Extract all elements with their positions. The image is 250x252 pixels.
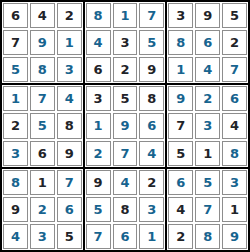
cell-r4c9[interactable]: 6	[222, 86, 247, 111]
cell-r1c5[interactable]: 1	[113, 3, 138, 28]
cell-r5c3[interactable]: 8	[57, 113, 82, 138]
cell-r1c3[interactable]: 2	[57, 3, 82, 28]
cell-r1c2[interactable]: 4	[30, 3, 55, 28]
cell-r6c7[interactable]: 5	[168, 141, 193, 166]
cell-r9c2[interactable]: 3	[30, 224, 55, 249]
box-6: 926734518	[167, 85, 248, 166]
cell-r3c2[interactable]: 8	[30, 57, 55, 82]
cell-r6c6[interactable]: 4	[139, 141, 164, 166]
cell-r9c7[interactable]: 2	[168, 224, 193, 249]
cell-r9c3[interactable]: 5	[57, 224, 82, 249]
cell-r9c1[interactable]: 4	[3, 224, 28, 249]
cell-r2c6[interactable]: 5	[139, 30, 164, 55]
cell-r4c3[interactable]: 4	[57, 86, 82, 111]
cell-r7c5[interactable]: 4	[113, 170, 138, 195]
cell-r5c4[interactable]: 1	[86, 113, 111, 138]
cell-r8c8[interactable]: 7	[195, 197, 220, 222]
cell-r8c3[interactable]: 6	[57, 197, 82, 222]
cell-r4c6[interactable]: 8	[139, 86, 164, 111]
cell-r1c8[interactable]: 9	[195, 3, 220, 28]
cell-r8c1[interactable]: 9	[3, 197, 28, 222]
cell-r2c8[interactable]: 6	[195, 30, 220, 55]
box-4: 174258369	[2, 85, 83, 166]
cell-r3c5[interactable]: 2	[113, 57, 138, 82]
cell-r8c6[interactable]: 3	[139, 197, 164, 222]
cell-r7c3[interactable]: 7	[57, 170, 82, 195]
cell-r6c3[interactable]: 9	[57, 141, 82, 166]
cell-r4c4[interactable]: 3	[86, 86, 111, 111]
cell-r6c9[interactable]: 8	[222, 141, 247, 166]
cell-r2c3[interactable]: 1	[57, 30, 82, 55]
cell-r7c4[interactable]: 9	[86, 170, 111, 195]
cell-r2c7[interactable]: 8	[168, 30, 193, 55]
cell-r7c1[interactable]: 8	[3, 170, 28, 195]
cell-r1c6[interactable]: 7	[139, 3, 164, 28]
box-5: 358196274	[85, 85, 166, 166]
cell-r7c7[interactable]: 6	[168, 170, 193, 195]
cell-r5c8[interactable]: 3	[195, 113, 220, 138]
cell-r1c4[interactable]: 8	[86, 3, 111, 28]
cell-r5c6[interactable]: 6	[139, 113, 164, 138]
cell-r6c2[interactable]: 6	[30, 141, 55, 166]
cell-r3c9[interactable]: 7	[222, 57, 247, 82]
cell-r6c4[interactable]: 2	[86, 141, 111, 166]
cell-r4c2[interactable]: 7	[30, 86, 55, 111]
box-9: 653471289	[167, 169, 248, 250]
cell-r3c1[interactable]: 5	[3, 57, 28, 82]
cell-r3c6[interactable]: 9	[139, 57, 164, 82]
cell-r5c1[interactable]: 2	[3, 113, 28, 138]
cell-r8c5[interactable]: 8	[113, 197, 138, 222]
box-1: 642791583	[2, 2, 83, 83]
cell-r5c9[interactable]: 4	[222, 113, 247, 138]
cell-r9c5[interactable]: 6	[113, 224, 138, 249]
box-7: 817926435	[2, 169, 83, 250]
cell-r1c9[interactable]: 5	[222, 3, 247, 28]
cell-r5c7[interactable]: 7	[168, 113, 193, 138]
cell-r4c8[interactable]: 2	[195, 86, 220, 111]
cell-r7c2[interactable]: 1	[30, 170, 55, 195]
cell-r9c6[interactable]: 1	[139, 224, 164, 249]
cell-r2c9[interactable]: 2	[222, 30, 247, 55]
cell-r5c5[interactable]: 9	[113, 113, 138, 138]
cell-r8c2[interactable]: 2	[30, 197, 55, 222]
cell-r7c9[interactable]: 3	[222, 170, 247, 195]
cell-r8c4[interactable]: 5	[86, 197, 111, 222]
cell-r1c1[interactable]: 6	[3, 3, 28, 28]
cell-r9c8[interactable]: 8	[195, 224, 220, 249]
box-2: 817435629	[85, 2, 166, 83]
cell-r1c7[interactable]: 3	[168, 3, 193, 28]
cell-r2c1[interactable]: 7	[3, 30, 28, 55]
cell-r6c8[interactable]: 1	[195, 141, 220, 166]
cell-r9c9[interactable]: 9	[222, 224, 247, 249]
cell-r4c5[interactable]: 5	[113, 86, 138, 111]
cell-r5c2[interactable]: 5	[30, 113, 55, 138]
cell-r7c6[interactable]: 2	[139, 170, 164, 195]
box-8: 942583761	[85, 169, 166, 250]
cell-r2c5[interactable]: 3	[113, 30, 138, 55]
cell-r9c4[interactable]: 7	[86, 224, 111, 249]
cell-r2c2[interactable]: 9	[30, 30, 55, 55]
cell-r4c1[interactable]: 1	[3, 86, 28, 111]
cell-r3c8[interactable]: 4	[195, 57, 220, 82]
sudoku-board: 6427915838174356293958621471742583693581…	[0, 0, 250, 252]
cell-r7c8[interactable]: 5	[195, 170, 220, 195]
cell-r4c7[interactable]: 9	[168, 86, 193, 111]
cell-r8c7[interactable]: 4	[168, 197, 193, 222]
box-3: 395862147	[167, 2, 248, 83]
cell-r8c9[interactable]: 1	[222, 197, 247, 222]
cell-r2c4[interactable]: 4	[86, 30, 111, 55]
cell-r3c7[interactable]: 1	[168, 57, 193, 82]
cell-r6c1[interactable]: 3	[3, 141, 28, 166]
cell-r6c5[interactable]: 7	[113, 141, 138, 166]
cell-r3c3[interactable]: 3	[57, 57, 82, 82]
cell-r3c4[interactable]: 6	[86, 57, 111, 82]
